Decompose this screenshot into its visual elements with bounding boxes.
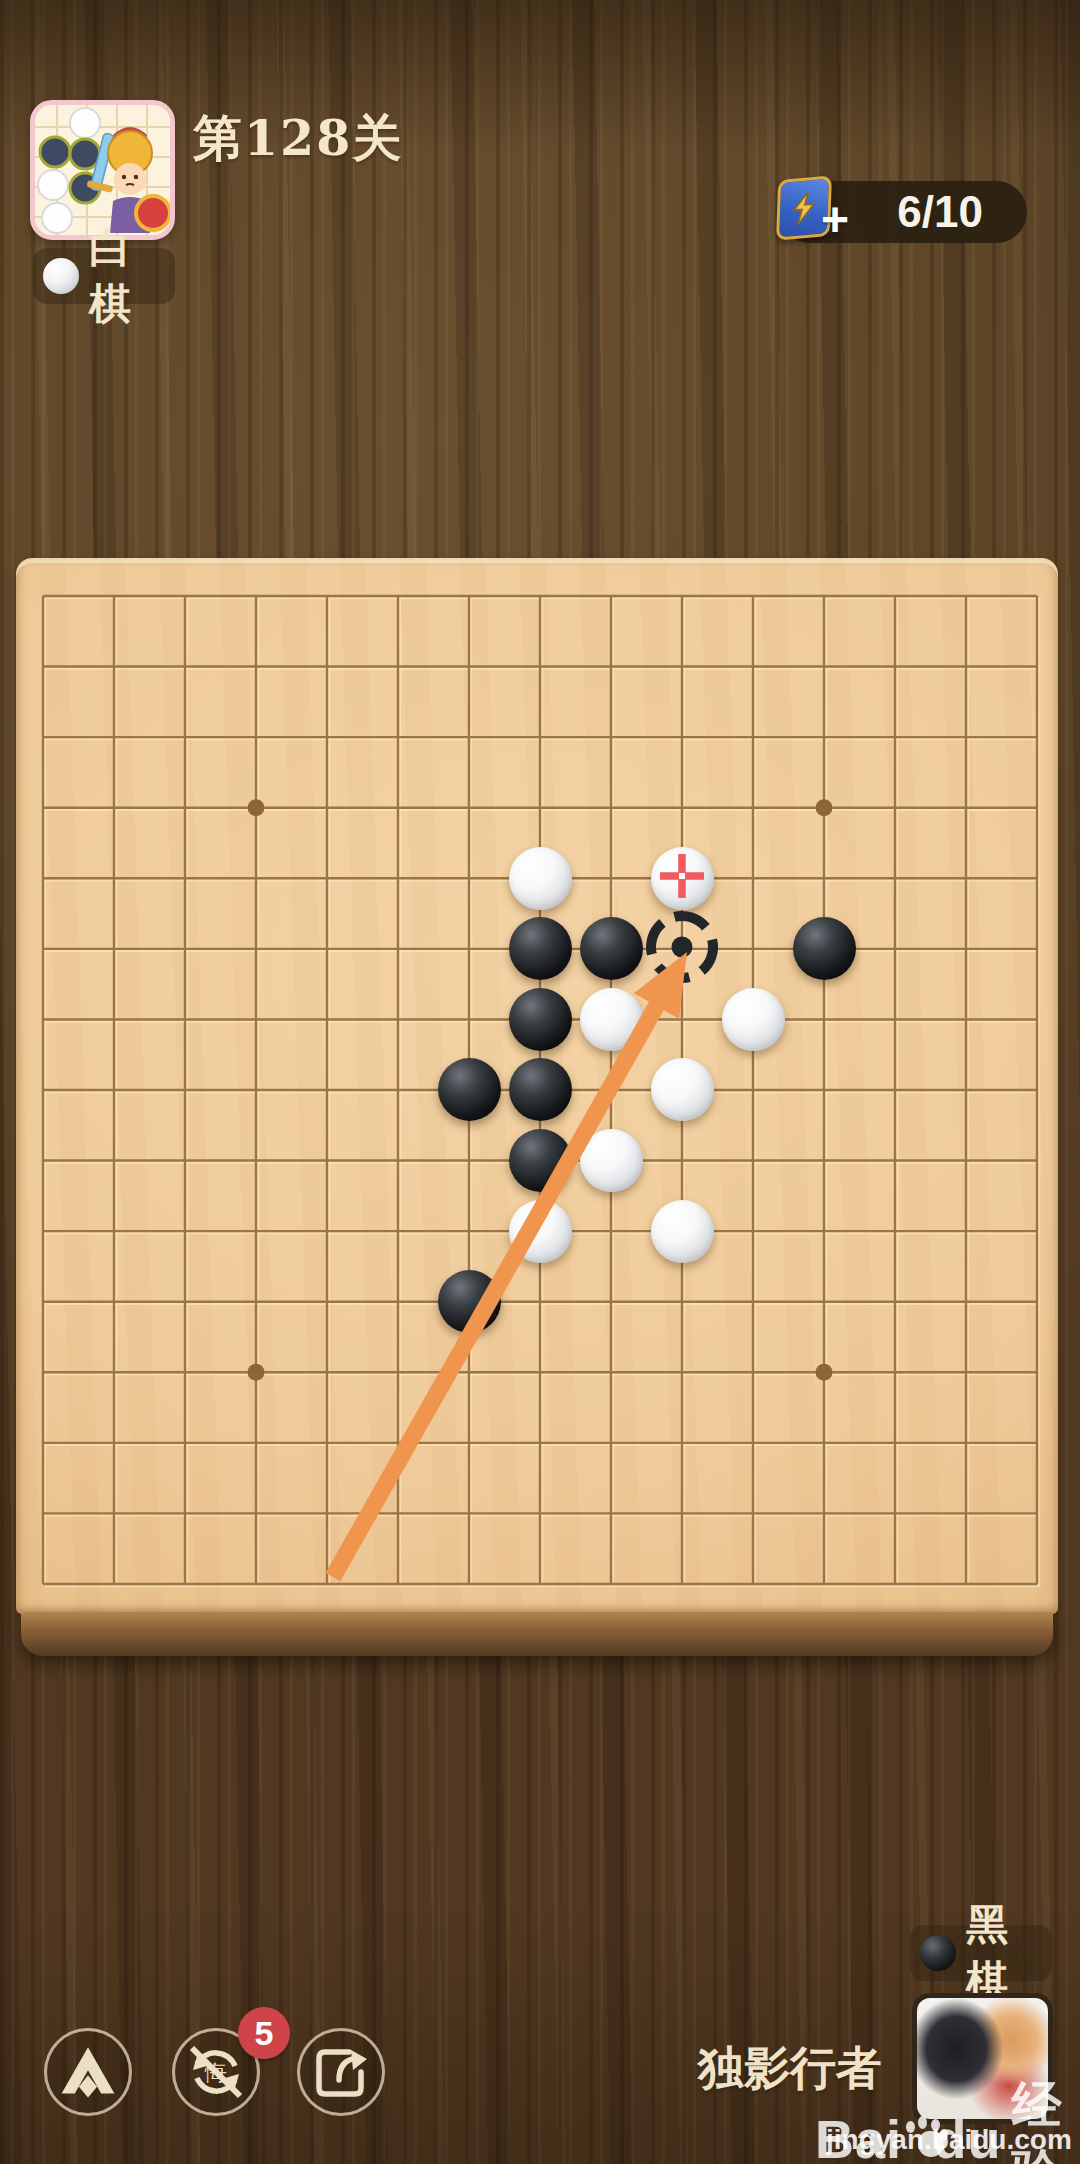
crosshair-marker bbox=[650, 844, 714, 908]
stone-black bbox=[580, 917, 643, 980]
stone-black bbox=[509, 1058, 572, 1121]
target-move-marker[interactable] bbox=[636, 901, 728, 993]
energy-value: 6/10 bbox=[897, 187, 983, 237]
level-avatar-illustration bbox=[35, 105, 170, 235]
board-front-edge bbox=[21, 1612, 1053, 1656]
stone-white bbox=[580, 988, 643, 1051]
gomoku-level-screen: 第128关 白棋 6/10 + bbox=[0, 0, 1080, 2164]
level-title: 第128关 bbox=[193, 106, 613, 162]
stone-black bbox=[509, 1129, 572, 1192]
energy-counter[interactable]: 6/10 + bbox=[777, 178, 1080, 248]
undo-disabled-icon: 悔 bbox=[184, 2040, 248, 2104]
stone-white bbox=[509, 1200, 572, 1263]
stone-black bbox=[509, 988, 572, 1051]
mountain-arrow-icon bbox=[55, 2041, 121, 2103]
stone-white bbox=[580, 1129, 643, 1192]
share-button[interactable] bbox=[297, 2028, 385, 2116]
gomoku-board[interactable] bbox=[16, 558, 1058, 1614]
stone-black bbox=[438, 1058, 501, 1121]
stone-white bbox=[651, 1058, 714, 1121]
undo-count: 5 bbox=[255, 2014, 274, 2053]
black-stone-icon bbox=[920, 1935, 956, 1971]
player-side-chip: 白棋 bbox=[33, 248, 175, 304]
undo-count-badge: 5 bbox=[238, 2007, 290, 2059]
stones-layer bbox=[16, 558, 1058, 1614]
level-avatar-card bbox=[30, 100, 175, 240]
white-stone-icon bbox=[43, 258, 79, 294]
energy-plus: + bbox=[821, 192, 849, 247]
opponent-side-chip: 黑棋 bbox=[910, 1925, 1052, 1981]
watermark-url: jingyan.baidu.com bbox=[826, 2124, 1072, 2156]
lightning-icon bbox=[789, 190, 818, 227]
share-icon bbox=[311, 2042, 371, 2102]
stone-black bbox=[438, 1270, 501, 1333]
stone-white bbox=[509, 847, 572, 910]
stone-white bbox=[722, 988, 785, 1051]
stone-black bbox=[793, 917, 856, 980]
player-side-label: 白棋 bbox=[89, 220, 159, 332]
stone-black bbox=[509, 917, 572, 980]
rank-button[interactable] bbox=[44, 2028, 132, 2116]
stone-white bbox=[651, 1200, 714, 1263]
